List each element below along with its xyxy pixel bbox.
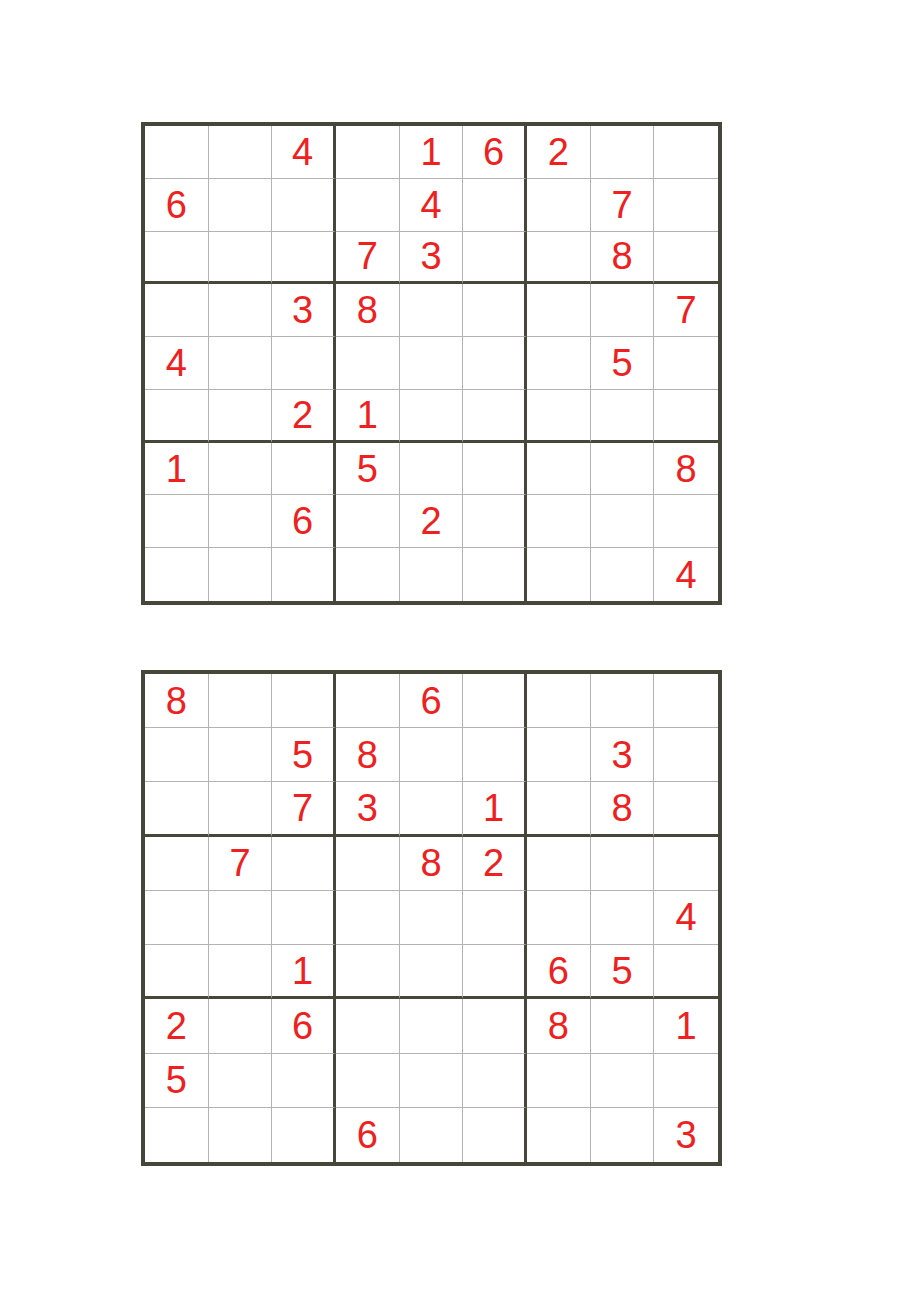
cell-r5c8: 5 bbox=[591, 337, 655, 390]
cell-r2c8: 3 bbox=[591, 728, 655, 782]
cell-r3c7[interactable] bbox=[527, 782, 591, 836]
cell-r1c2[interactable] bbox=[209, 674, 273, 728]
cell-r2c3[interactable] bbox=[272, 179, 336, 232]
cell-r2c2[interactable] bbox=[209, 179, 273, 232]
cell-r8c6[interactable] bbox=[463, 495, 527, 548]
cell-r1c5: 1 bbox=[400, 126, 464, 179]
cell-r5c6[interactable] bbox=[463, 337, 527, 390]
sudoku-board-2: 86583731878241652681563 bbox=[141, 670, 722, 1166]
cell-r5c6[interactable] bbox=[463, 891, 527, 945]
cell-r5c9: 4 bbox=[654, 891, 718, 945]
cell-r5c3[interactable] bbox=[272, 891, 336, 945]
cell-r7c9: 8 bbox=[654, 443, 718, 496]
cell-r7c7: 8 bbox=[527, 999, 591, 1053]
cell-r8c2[interactable] bbox=[209, 495, 273, 548]
cell-r1c7: 2 bbox=[527, 126, 591, 179]
cell-r1c3: 4 bbox=[272, 126, 336, 179]
cell-r2c4[interactable] bbox=[336, 179, 400, 232]
cell-r6c7[interactable] bbox=[527, 390, 591, 443]
cell-r6c7: 6 bbox=[527, 945, 591, 999]
cell-r7c6[interactable] bbox=[463, 443, 527, 496]
cell-r4c2: 7 bbox=[209, 837, 273, 891]
cell-r2c2[interactable] bbox=[209, 728, 273, 782]
cell-r9c3[interactable] bbox=[272, 1108, 336, 1162]
cell-r5c4[interactable] bbox=[336, 337, 400, 390]
cell-r2c9[interactable] bbox=[654, 179, 718, 232]
cell-r6c8[interactable] bbox=[591, 390, 655, 443]
cell-r8c3: 6 bbox=[272, 495, 336, 548]
cell-r6c2[interactable] bbox=[209, 390, 273, 443]
cell-r1c3[interactable] bbox=[272, 674, 336, 728]
cell-r4c2[interactable] bbox=[209, 284, 273, 337]
cell-r2c6[interactable] bbox=[463, 728, 527, 782]
cell-r7c2[interactable] bbox=[209, 443, 273, 496]
cell-r9c5[interactable] bbox=[400, 1108, 464, 1162]
cell-r7c8[interactable] bbox=[591, 443, 655, 496]
cell-r4c6[interactable] bbox=[463, 284, 527, 337]
cell-r1c4[interactable] bbox=[336, 674, 400, 728]
cell-r3c2[interactable] bbox=[209, 232, 273, 285]
cell-r4c1[interactable] bbox=[145, 837, 209, 891]
cell-r3c2[interactable] bbox=[209, 782, 273, 836]
cell-r2c4: 8 bbox=[336, 728, 400, 782]
cell-r4c3: 3 bbox=[272, 284, 336, 337]
cell-r8c1: 5 bbox=[145, 1054, 209, 1108]
cell-r2c6[interactable] bbox=[463, 179, 527, 232]
cell-r6c9[interactable] bbox=[654, 945, 718, 999]
cell-r8c7[interactable] bbox=[527, 1054, 591, 1108]
cell-r5c2[interactable] bbox=[209, 337, 273, 390]
cell-r3c6[interactable] bbox=[463, 232, 527, 285]
cell-r1c5: 6 bbox=[400, 674, 464, 728]
cell-r6c3: 2 bbox=[272, 390, 336, 443]
cell-r9c7[interactable] bbox=[527, 548, 591, 601]
cell-r9c6[interactable] bbox=[463, 548, 527, 601]
cell-r5c7[interactable] bbox=[527, 337, 591, 390]
cell-r5c5[interactable] bbox=[400, 891, 464, 945]
cell-r5c9[interactable] bbox=[654, 337, 718, 390]
cell-r1c1: 8 bbox=[145, 674, 209, 728]
cell-r6c4[interactable] bbox=[336, 945, 400, 999]
cell-r1c4[interactable] bbox=[336, 126, 400, 179]
cell-r6c4: 1 bbox=[336, 390, 400, 443]
cell-r4c9: 7 bbox=[654, 284, 718, 337]
cell-r8c9[interactable] bbox=[654, 1054, 718, 1108]
cell-r6c6[interactable] bbox=[463, 390, 527, 443]
cell-r3c1[interactable] bbox=[145, 232, 209, 285]
cell-r3c8: 8 bbox=[591, 232, 655, 285]
cell-r1c1[interactable] bbox=[145, 126, 209, 179]
cell-r4c1[interactable] bbox=[145, 284, 209, 337]
cell-r8c4[interactable] bbox=[336, 1054, 400, 1108]
cell-r8c4[interactable] bbox=[336, 495, 400, 548]
cell-r3c4: 3 bbox=[336, 782, 400, 836]
cell-r6c6[interactable] bbox=[463, 945, 527, 999]
cell-r9c9: 4 bbox=[654, 548, 718, 601]
cell-r2c1: 6 bbox=[145, 179, 209, 232]
cell-r8c3[interactable] bbox=[272, 1054, 336, 1108]
cell-r2c9[interactable] bbox=[654, 728, 718, 782]
cell-r5c7[interactable] bbox=[527, 891, 591, 945]
cell-r9c8[interactable] bbox=[591, 1108, 655, 1162]
cell-r5c1[interactable] bbox=[145, 891, 209, 945]
cell-r8c2[interactable] bbox=[209, 1054, 273, 1108]
cell-r2c8: 7 bbox=[591, 179, 655, 232]
cell-r6c1[interactable] bbox=[145, 390, 209, 443]
cell-r5c5[interactable] bbox=[400, 337, 464, 390]
cell-r6c9[interactable] bbox=[654, 390, 718, 443]
cell-r9c5[interactable] bbox=[400, 548, 464, 601]
cell-r9c2[interactable] bbox=[209, 548, 273, 601]
cell-r7c7[interactable] bbox=[527, 443, 591, 496]
cell-r4c9[interactable] bbox=[654, 837, 718, 891]
cell-r8c8[interactable] bbox=[591, 495, 655, 548]
cell-r7c1: 2 bbox=[145, 999, 209, 1053]
cell-r9c1[interactable] bbox=[145, 1108, 209, 1162]
cell-r2c3: 5 bbox=[272, 728, 336, 782]
cell-r3c6: 1 bbox=[463, 782, 527, 836]
cell-r5c2[interactable] bbox=[209, 891, 273, 945]
cell-r6c5[interactable] bbox=[400, 945, 464, 999]
cell-r4c8[interactable] bbox=[591, 284, 655, 337]
cell-r6c5[interactable] bbox=[400, 390, 464, 443]
cell-r9c8[interactable] bbox=[591, 548, 655, 601]
cell-r7c6[interactable] bbox=[463, 999, 527, 1053]
sudoku-board-1: 41626477383874521158624 bbox=[141, 122, 722, 605]
cell-r3c7[interactable] bbox=[527, 232, 591, 285]
cell-r7c1: 1 bbox=[145, 443, 209, 496]
cell-r4c8[interactable] bbox=[591, 837, 655, 891]
cell-r1c9[interactable] bbox=[654, 126, 718, 179]
cell-r9c4[interactable] bbox=[336, 548, 400, 601]
cell-r8c9[interactable] bbox=[654, 495, 718, 548]
cell-r6c1[interactable] bbox=[145, 945, 209, 999]
cell-r7c4: 5 bbox=[336, 443, 400, 496]
cell-r1c6: 6 bbox=[463, 126, 527, 179]
cell-r9c9: 3 bbox=[654, 1108, 718, 1162]
cell-r7c2[interactable] bbox=[209, 999, 273, 1053]
cell-r4c6: 2 bbox=[463, 837, 527, 891]
cell-r5c8[interactable] bbox=[591, 891, 655, 945]
cell-r1c2[interactable] bbox=[209, 126, 273, 179]
cell-r9c1[interactable] bbox=[145, 548, 209, 601]
cell-r4c3[interactable] bbox=[272, 837, 336, 891]
cell-r4c4[interactable] bbox=[336, 837, 400, 891]
cell-r1c6[interactable] bbox=[463, 674, 527, 728]
cell-r9c4: 6 bbox=[336, 1108, 400, 1162]
cell-r4c4: 8 bbox=[336, 284, 400, 337]
cell-r5c4[interactable] bbox=[336, 891, 400, 945]
cell-r8c1[interactable] bbox=[145, 495, 209, 548]
cell-r7c5[interactable] bbox=[400, 443, 464, 496]
cell-r9c3[interactable] bbox=[272, 548, 336, 601]
cell-r3c8: 8 bbox=[591, 782, 655, 836]
cell-r7c3[interactable] bbox=[272, 443, 336, 496]
cell-r4c5: 8 bbox=[400, 837, 464, 891]
cell-r4c7[interactable] bbox=[527, 837, 591, 891]
cell-r1c9[interactable] bbox=[654, 674, 718, 728]
cell-r8c8[interactable] bbox=[591, 1054, 655, 1108]
cell-r1c8[interactable] bbox=[591, 674, 655, 728]
cell-r3c9[interactable] bbox=[654, 232, 718, 285]
cell-r7c8[interactable] bbox=[591, 999, 655, 1053]
cell-r2c7[interactable] bbox=[527, 728, 591, 782]
cell-r8c5[interactable] bbox=[400, 1054, 464, 1108]
cell-r2c5[interactable] bbox=[400, 728, 464, 782]
cell-r1c8[interactable] bbox=[591, 126, 655, 179]
cell-r9c7[interactable] bbox=[527, 1108, 591, 1162]
cell-r5c3[interactable] bbox=[272, 337, 336, 390]
cell-r3c3[interactable] bbox=[272, 232, 336, 285]
cell-r3c5[interactable] bbox=[400, 782, 464, 836]
cell-r8c7[interactable] bbox=[527, 495, 591, 548]
cell-r8c6[interactable] bbox=[463, 1054, 527, 1108]
cell-r3c1[interactable] bbox=[145, 782, 209, 836]
cell-r3c9[interactable] bbox=[654, 782, 718, 836]
cell-r1c7[interactable] bbox=[527, 674, 591, 728]
cell-r4c5[interactable] bbox=[400, 284, 464, 337]
cell-r7c3: 6 bbox=[272, 999, 336, 1053]
cell-r5c1: 4 bbox=[145, 337, 209, 390]
cell-r3c5: 3 bbox=[400, 232, 464, 285]
cell-r7c5[interactable] bbox=[400, 999, 464, 1053]
cell-r2c5: 4 bbox=[400, 179, 464, 232]
cell-r4c7[interactable] bbox=[527, 284, 591, 337]
cell-r7c4[interactable] bbox=[336, 999, 400, 1053]
cell-r9c2[interactable] bbox=[209, 1108, 273, 1162]
cell-r2c1[interactable] bbox=[145, 728, 209, 782]
cell-r6c8: 5 bbox=[591, 945, 655, 999]
cell-r7c9: 1 bbox=[654, 999, 718, 1053]
cell-r3c4: 7 bbox=[336, 232, 400, 285]
cell-r6c2[interactable] bbox=[209, 945, 273, 999]
cell-r9c6[interactable] bbox=[463, 1108, 527, 1162]
cell-r3c3: 7 bbox=[272, 782, 336, 836]
cell-r8c5: 2 bbox=[400, 495, 464, 548]
cell-r2c7[interactable] bbox=[527, 179, 591, 232]
cell-r6c3: 1 bbox=[272, 945, 336, 999]
